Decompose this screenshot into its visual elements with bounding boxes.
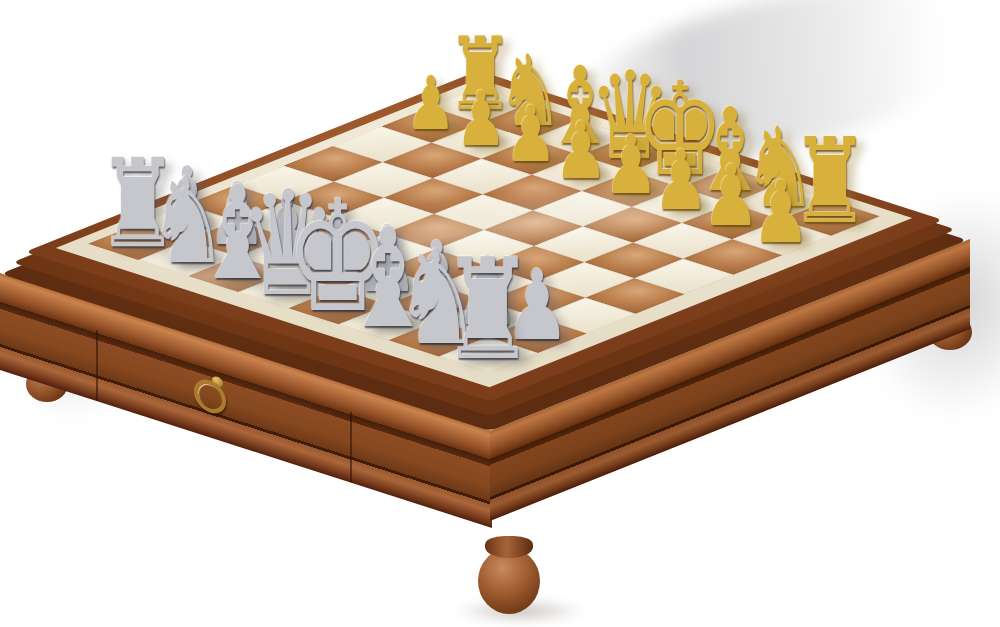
gold-pawn-d7[interactable]: ♟	[554, 111, 608, 190]
gold-pawn-c7[interactable]: ♟	[505, 96, 558, 174]
chess-set-photo: ♜♞♝♛♚♝♞♜♟♟♟♟♟♟♟♟♟♟♟♟♟♟♟♟♜♞♝♛♚♝♞♜	[0, 0, 1000, 627]
pieces-layer: ♜♞♝♛♚♝♞♜♟♟♟♟♟♟♟♟♟♟♟♟♟♟♟♟♜♞♝♛♚♝♞♜	[0, 0, 1000, 627]
silver-rook-h1[interactable]: ♜	[441, 241, 536, 380]
gold-pawn-f7[interactable]: ♟	[653, 140, 709, 223]
gold-pawn-e7[interactable]: ♟	[604, 125, 659, 206]
gold-pawn-a7[interactable]: ♟	[406, 67, 456, 141]
gold-pawn-h7[interactable]: ♟	[752, 169, 811, 255]
gold-pawn-b7[interactable]: ♟	[455, 82, 507, 158]
